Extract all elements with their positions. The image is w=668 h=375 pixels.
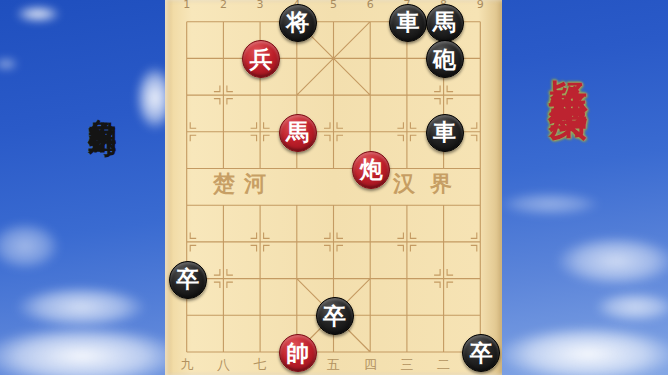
piece-black-horse[interactable]: 馬 [426, 4, 464, 42]
piece-black-chariot[interactable]: 車 [426, 114, 464, 152]
file-label-bottom: 七 [254, 358, 267, 372]
file-label-top: 5 [330, 0, 337, 11]
piece-black-cannon[interactable]: 砲 [426, 40, 464, 78]
piece-black-soldier[interactable]: 卒 [169, 261, 207, 299]
piece-red-cannon[interactable]: 炮 [352, 151, 390, 189]
right-caption: 疑难绝妙实用 [542, 49, 593, 79]
left-caption: 象棋刘正哥 [83, 96, 121, 111]
river-text-right: 汉界 [393, 171, 467, 195]
cloud [556, 236, 668, 286]
file-label-bottom: 九 [180, 358, 193, 372]
file-label-top: 6 [367, 0, 374, 11]
piece-black-general[interactable]: 将 [279, 4, 317, 42]
file-label-top: 3 [257, 0, 264, 11]
file-label-bottom: 二 [437, 358, 450, 372]
river-text-left: 楚河 [213, 171, 275, 195]
file-label-bottom: 三 [400, 358, 413, 372]
cloud [16, 6, 60, 22]
scene: 象棋刘正哥 疑难绝妙实用 123456789 九八七六五四三二一 楚河 汉界 将… [0, 0, 668, 375]
piece-black-chariot[interactable]: 車 [389, 4, 427, 42]
file-label-bottom: 五 [327, 358, 340, 372]
cloud [595, 292, 668, 322]
file-label-bottom: 八 [217, 358, 230, 372]
file-label-top: 9 [477, 0, 484, 11]
piece-red-horse[interactable]: 馬 [279, 114, 317, 152]
cloud [498, 326, 668, 375]
file-label-top: 1 [183, 0, 190, 11]
cloud [500, 192, 600, 216]
piece-black-soldier[interactable]: 卒 [316, 297, 354, 335]
xiangqi-board[interactable]: 123456789 九八七六五四三二一 楚河 汉界 将車馬兵砲馬車炮卒卒帥卒 [165, 0, 502, 375]
piece-red-general[interactable]: 帥 [279, 334, 317, 372]
cloud [16, 286, 146, 328]
file-label-bottom: 四 [364, 358, 377, 372]
file-label-top: 2 [220, 0, 227, 11]
